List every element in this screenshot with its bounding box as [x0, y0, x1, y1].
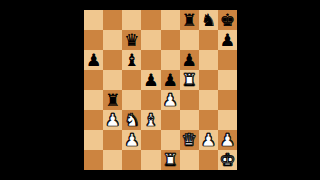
square-c5[interactable]	[122, 70, 141, 90]
square-d2[interactable]	[141, 130, 160, 150]
square-h4[interactable]	[218, 90, 237, 110]
square-g5[interactable]	[199, 70, 218, 90]
square-a5[interactable]	[84, 70, 103, 90]
square-g7[interactable]	[199, 30, 218, 50]
square-f7[interactable]	[180, 30, 199, 50]
square-f6[interactable]: ♟	[180, 50, 199, 70]
square-g4[interactable]	[199, 90, 218, 110]
black-pawn: ♟	[143, 71, 158, 88]
white-pawn: ♟	[124, 131, 139, 148]
square-c4[interactable]	[122, 90, 141, 110]
square-e4[interactable]: ♟	[161, 90, 180, 110]
square-h1[interactable]: ♚	[218, 150, 237, 170]
square-g8[interactable]: ♞	[199, 10, 218, 30]
white-queen: ♛	[182, 131, 197, 148]
square-g2[interactable]: ♟	[199, 130, 218, 150]
square-b3[interactable]: ♟	[103, 110, 122, 130]
square-h5[interactable]	[218, 70, 237, 90]
letterbox-background: ♜♞♚♛♟♟♝♟♟♟♜♜♟♟♞♝♟♛♟♟♜♚	[0, 0, 320, 180]
square-b8[interactable]	[103, 10, 122, 30]
square-e3[interactable]	[161, 110, 180, 130]
square-f4[interactable]	[180, 90, 199, 110]
white-pawn: ♟	[220, 131, 235, 148]
square-d4[interactable]	[141, 90, 160, 110]
white-pawn: ♟	[162, 91, 177, 108]
square-a8[interactable]	[84, 10, 103, 30]
square-f1[interactable]	[180, 150, 199, 170]
black-queen: ♛	[124, 31, 139, 48]
black-pawn: ♟	[220, 31, 235, 48]
black-pawn: ♟	[182, 51, 197, 68]
black-king: ♚	[220, 11, 235, 28]
square-f5[interactable]: ♜	[180, 70, 199, 90]
square-a3[interactable]	[84, 110, 103, 130]
square-b4[interactable]: ♜	[103, 90, 122, 110]
square-d3[interactable]: ♝	[141, 110, 160, 130]
white-rook: ♜	[182, 71, 197, 88]
square-a2[interactable]	[84, 130, 103, 150]
square-h7[interactable]: ♟	[218, 30, 237, 50]
square-h2[interactable]: ♟	[218, 130, 237, 150]
white-knight: ♞	[124, 111, 139, 128]
square-c1[interactable]	[122, 150, 141, 170]
chess-board: ♜♞♚♛♟♟♝♟♟♟♜♜♟♟♞♝♟♛♟♟♜♚	[84, 10, 237, 170]
black-rook: ♜	[105, 91, 120, 108]
square-c2[interactable]: ♟	[122, 130, 141, 150]
white-pawn: ♟	[105, 111, 120, 128]
square-g3[interactable]	[199, 110, 218, 130]
square-e8[interactable]	[161, 10, 180, 30]
square-c3[interactable]: ♞	[122, 110, 141, 130]
square-f3[interactable]	[180, 110, 199, 130]
square-c7[interactable]: ♛	[122, 30, 141, 50]
black-pawn: ♟	[162, 71, 177, 88]
square-a7[interactable]	[84, 30, 103, 50]
square-a1[interactable]	[84, 150, 103, 170]
square-b6[interactable]	[103, 50, 122, 70]
square-g1[interactable]	[199, 150, 218, 170]
white-king: ♚	[220, 151, 235, 168]
square-e1[interactable]: ♜	[161, 150, 180, 170]
square-b7[interactable]	[103, 30, 122, 50]
square-d1[interactable]	[141, 150, 160, 170]
square-b5[interactable]	[103, 70, 122, 90]
square-b2[interactable]	[103, 130, 122, 150]
black-knight: ♞	[201, 11, 216, 28]
square-d8[interactable]	[141, 10, 160, 30]
square-h3[interactable]	[218, 110, 237, 130]
square-d7[interactable]	[141, 30, 160, 50]
square-e6[interactable]	[161, 50, 180, 70]
square-d5[interactable]: ♟	[141, 70, 160, 90]
square-g6[interactable]	[199, 50, 218, 70]
square-e7[interactable]	[161, 30, 180, 50]
square-c8[interactable]	[122, 10, 141, 30]
square-a4[interactable]	[84, 90, 103, 110]
white-pawn: ♟	[201, 131, 216, 148]
black-bishop: ♝	[124, 51, 139, 68]
black-rook: ♜	[182, 11, 197, 28]
square-f2[interactable]: ♛	[180, 130, 199, 150]
square-b1[interactable]	[103, 150, 122, 170]
square-h6[interactable]	[218, 50, 237, 70]
square-a6[interactable]: ♟	[84, 50, 103, 70]
white-bishop: ♝	[143, 111, 158, 128]
white-rook: ♜	[162, 151, 177, 168]
square-c6[interactable]: ♝	[122, 50, 141, 70]
black-pawn: ♟	[86, 51, 101, 68]
square-h8[interactable]: ♚	[218, 10, 237, 30]
square-e2[interactable]	[161, 130, 180, 150]
square-d6[interactable]	[141, 50, 160, 70]
square-e5[interactable]: ♟	[161, 70, 180, 90]
square-f8[interactable]: ♜	[180, 10, 199, 30]
